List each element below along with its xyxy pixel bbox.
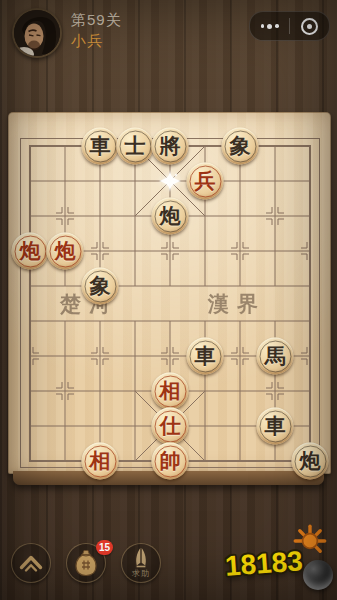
piece-black-col2-row4[interactable]: 象 [82, 268, 119, 305]
rank-label: 小兵 [71, 32, 103, 51]
piece-glyph: 帥 [160, 451, 181, 472]
piece-glyph: 車 [195, 346, 216, 367]
piece-glyph: 仕 [160, 416, 181, 437]
piece-glyph: 車 [265, 416, 286, 437]
site-watermark: 18183 [225, 530, 333, 588]
piece-black-col4-row0[interactable]: 將 [152, 128, 189, 165]
bottom-toolbar: 15 求助 [11, 543, 161, 583]
piece-black-col7-row6[interactable]: 馬 [257, 338, 294, 375]
piece-red-col2-row9[interactable]: 相 [82, 443, 119, 480]
piece-red-col4-row9[interactable]: 帥 [152, 443, 189, 480]
piece-black-col2-row0[interactable]: 車 [82, 128, 119, 165]
piece-glyph: 炮 [20, 241, 41, 262]
piece-black-col6-row0[interactable]: 象 [222, 128, 259, 165]
piece-glyph: 士 [125, 136, 146, 157]
piece-red-col0-row3[interactable]: 炮 [12, 233, 49, 270]
more-button[interactable] [250, 12, 289, 40]
piece-glyph: 兵 [195, 171, 216, 192]
ask-help-button[interactable]: 求助 [121, 543, 161, 583]
piece-glyph: 相 [90, 451, 111, 472]
more-dots-icon [261, 24, 279, 29]
piece-black-col8-row9[interactable]: 炮 [292, 443, 329, 480]
piece-red-col1-row3[interactable]: 炮 [47, 233, 84, 270]
level-label: 第59关 [71, 11, 122, 30]
hint-bag-button[interactable]: 15 [66, 543, 106, 583]
piece-black-col7-row8[interactable]: 車 [257, 408, 294, 445]
piece-red-col4-row7[interactable]: 相 [152, 373, 189, 410]
avatar-portrait-icon [14, 10, 60, 56]
piece-black-col3-row0[interactable]: 士 [117, 128, 154, 165]
xiangqi-board[interactable]: 楚河 漢界 車士將象兵炮炮炮象車馬相仕車相帥炮 [8, 112, 331, 474]
watermark-text: 18183 [224, 545, 304, 582]
piece-glyph: 炮 [300, 451, 321, 472]
piece-glyph: 相 [160, 381, 181, 402]
hint-count-badge: 15 [96, 540, 113, 555]
piece-black-col4-row2[interactable]: 炮 [152, 198, 189, 235]
piece-glyph: 炮 [160, 206, 181, 227]
glossy-ball-icon [303, 560, 333, 590]
river-label-right: 漢界 [208, 290, 266, 318]
piece-glyph: 象 [230, 136, 251, 157]
piece-glyph: 象 [90, 276, 111, 297]
piece-glyph: 車 [90, 136, 111, 157]
expand-menu-button[interactable] [11, 543, 51, 583]
piece-black-col5-row6[interactable]: 車 [187, 338, 224, 375]
last-move-sparkle-icon [159, 170, 181, 192]
target-circle-icon [301, 18, 318, 35]
player-avatar[interactable] [12, 8, 62, 58]
help-button-label: 求助 [122, 568, 160, 579]
piece-glyph: 馬 [265, 346, 286, 367]
chevron-up-icon [12, 544, 50, 582]
exit-button[interactable] [290, 12, 329, 40]
piece-glyph: 將 [160, 136, 181, 157]
piece-red-col5-row1[interactable]: 兵 [187, 163, 224, 200]
piece-glyph: 炮 [55, 241, 76, 262]
xiangqi-app-screen: 第59关 小兵 楚河 漢界 車士將象兵炮炮炮象車馬相仕車相帥炮 [0, 0, 337, 600]
piece-red-col4-row8[interactable]: 仕 [152, 408, 189, 445]
wechat-capsule [249, 11, 330, 41]
